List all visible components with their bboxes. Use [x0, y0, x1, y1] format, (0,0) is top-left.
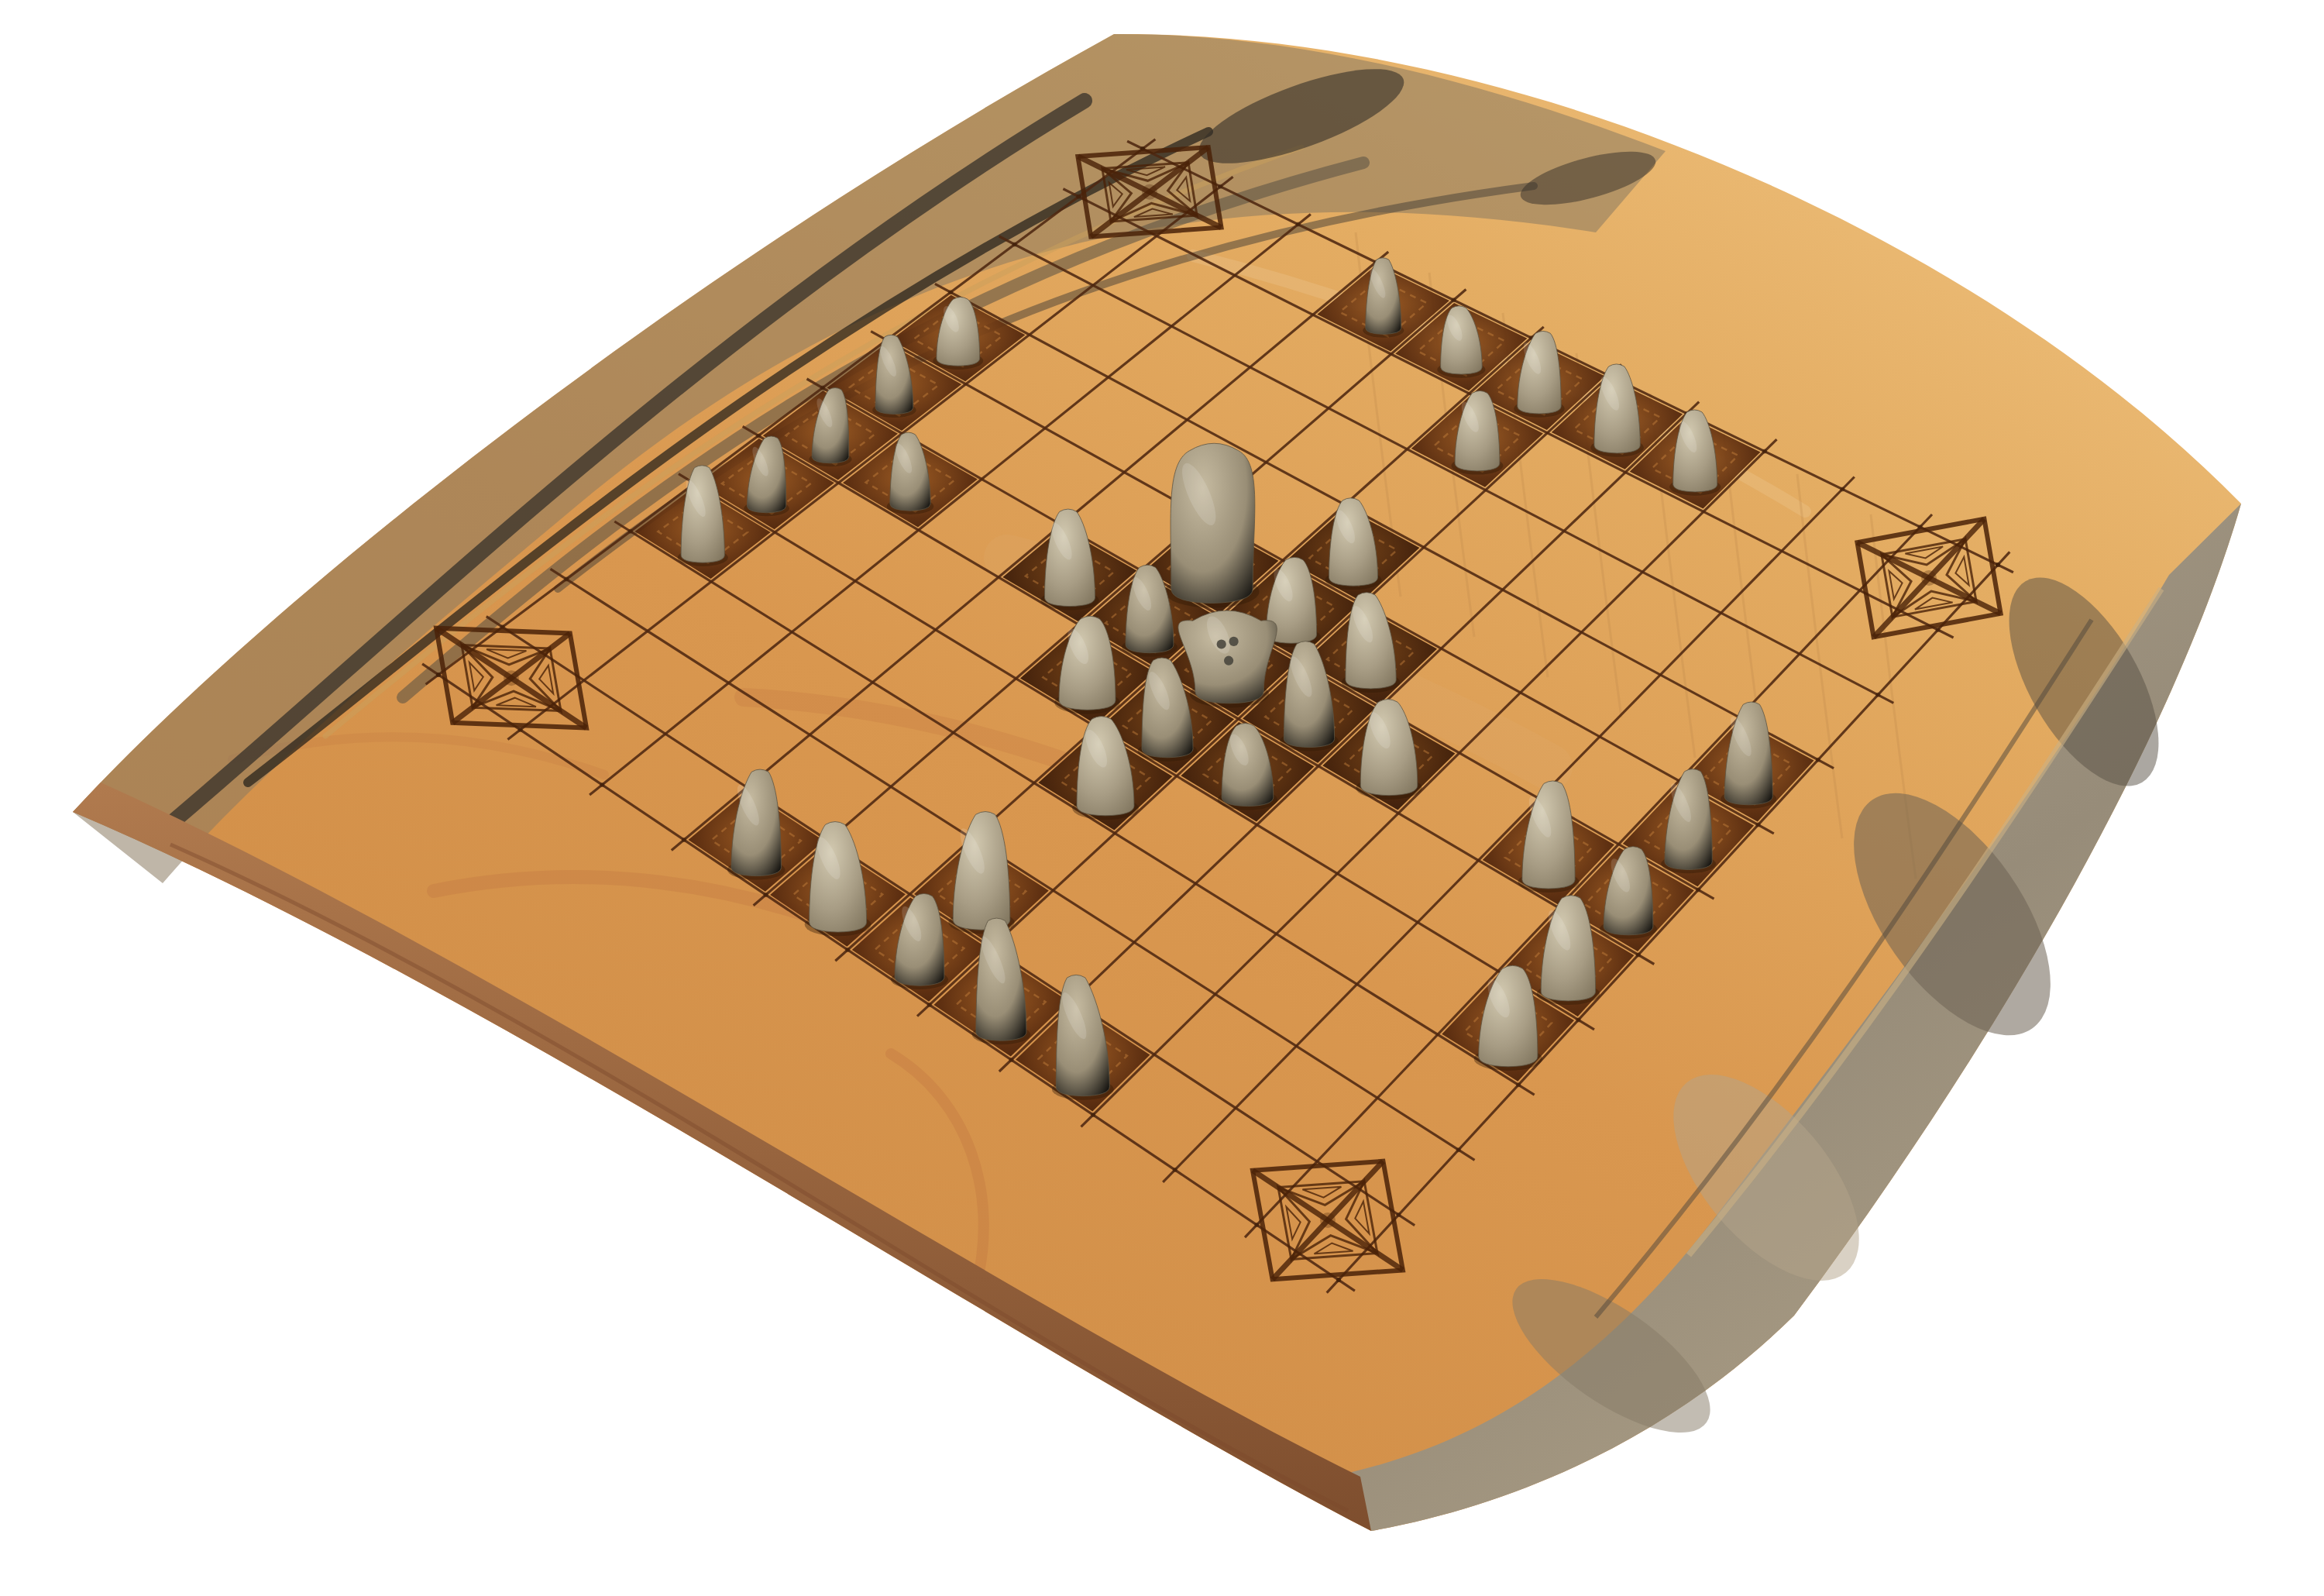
grid-dot: [436, 672, 441, 677]
grid-dot: [756, 433, 761, 438]
piece-king[interactable]: [1178, 611, 1277, 708]
grid-dot: [682, 838, 686, 842]
grid-dot: [1816, 758, 1820, 762]
grid-dot: [1173, 1168, 1177, 1172]
grid-dot: [1009, 1058, 1014, 1062]
grid-dot: [1696, 888, 1700, 893]
grid-dot: [1076, 194, 1081, 199]
grid-dot: [1996, 562, 2000, 567]
grid-dot: [1452, 298, 1456, 302]
hnefatafl-board-photo: [0, 0, 2324, 1596]
grid-dot: [600, 783, 604, 787]
grid-dot: [1012, 242, 1017, 247]
grid-dot: [845, 948, 850, 952]
grid-dot: [1762, 449, 1767, 454]
piece-defender[interactable]: [1165, 443, 1260, 607]
grid-dot: [1296, 222, 1301, 227]
grid-dot: [1336, 1278, 1341, 1282]
grid-dot: [1936, 628, 1941, 632]
grid-dot: [764, 893, 768, 897]
grid-dot: [1218, 184, 1222, 189]
grid-dot: [948, 290, 953, 294]
grid-dot: [518, 727, 523, 732]
grid-dot: [1456, 1147, 1461, 1152]
king-dot: [1224, 656, 1233, 666]
grid-dot: [1756, 823, 1761, 827]
grid-dot: [1840, 487, 1844, 491]
grid-dot: [564, 577, 569, 582]
grid-dot: [1091, 1113, 1095, 1117]
grid-dot: [1636, 953, 1641, 958]
photo-stage: ●●●●●●●○●●○○○●●●○○◉○○●●●○○○●●○●●●●●●●: [0, 0, 2324, 1596]
grid-dot: [1516, 1082, 1521, 1087]
grid-dot: [927, 1003, 932, 1007]
king-dot: [1229, 637, 1239, 646]
grid-dot: [820, 386, 825, 390]
grid-dot: [628, 529, 633, 534]
grid-dot: [1576, 1017, 1581, 1022]
grid-dot: [1396, 1212, 1401, 1217]
grid-dot: [1875, 693, 1880, 697]
grid-dot: [1254, 1223, 1259, 1227]
king-dot: [1217, 639, 1226, 648]
